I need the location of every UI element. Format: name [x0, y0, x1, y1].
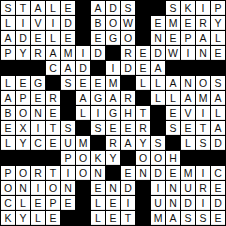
letter-cell-r12c6[interactable]: O [76, 166, 91, 181]
letter-cell-r15c7[interactable]: L [91, 211, 106, 226]
letter-cell-r1c8[interactable]: D [106, 1, 121, 16]
letter-cell-r10c5[interactable]: U [61, 136, 76, 151]
letter-cell-r4c14[interactable]: N [196, 46, 211, 61]
letter-cell-r2c1[interactable]: L [1, 16, 16, 31]
letter-cell-r11c8[interactable]: Y [106, 151, 121, 166]
block-cell-r15c5 [61, 211, 76, 226]
letter-cell-r6c14[interactable]: O [196, 76, 211, 91]
letter-cell-r15c9[interactable]: T [121, 211, 136, 226]
letter-cell-r9c3[interactable]: I [31, 121, 46, 136]
letter-cell-r10c8[interactable]: R [106, 136, 121, 151]
letter-cell-r14c2[interactable]: L [16, 196, 31, 211]
letter-cell-r13c11[interactable]: I [151, 181, 166, 196]
block-cell-r1c10 [136, 1, 151, 16]
letter-cell-r4c13[interactable]: I [181, 46, 196, 61]
letter-cell-r3c5[interactable]: E [61, 31, 76, 46]
block-cell-r12c8 [106, 166, 121, 181]
letter-cell-r3c11[interactable]: N [151, 31, 166, 46]
letter-cell-r10c2[interactable]: Y [16, 136, 31, 151]
letter-cell-r5c6[interactable]: D [76, 61, 91, 76]
letter-cell-r7c14[interactable]: M [196, 91, 211, 106]
block-cell-r5c15 [211, 61, 226, 76]
letter-cell-r2c13[interactable]: E [181, 16, 196, 31]
letter-cell-r15c12[interactable]: A [166, 211, 181, 226]
letter-cell-r8c7[interactable]: I [91, 106, 106, 121]
letter-cell-r1c2[interactable]: T [16, 1, 31, 16]
letter-cell-r5c9[interactable]: D [121, 61, 136, 76]
block-cell-r1c6 [76, 1, 91, 16]
letter-cell-r9c14[interactable]: T [196, 121, 211, 136]
block-cell-r11c9 [121, 151, 136, 166]
letter-cell-r3c9[interactable]: O [121, 31, 136, 46]
letter-cell-r1c12[interactable]: S [166, 1, 181, 16]
letter-cell-r6c3[interactable]: G [31, 76, 46, 91]
letter-cell-r1c7[interactable]: A [91, 1, 106, 16]
letter-cell-r6c5[interactable]: S [61, 76, 76, 91]
letter-cell-r7c6[interactable]: A [76, 91, 91, 106]
block-cell-r10c7 [91, 136, 106, 151]
letter-cell-r7c1[interactable]: A [1, 91, 16, 106]
letter-cell-r4c9[interactable]: R [121, 46, 136, 61]
block-cell-r8c5 [61, 106, 76, 121]
letter-cell-r13c15[interactable]: E [211, 181, 226, 196]
letter-cell-r5c10[interactable]: E [136, 61, 151, 76]
block-cell-r11c1 [1, 151, 16, 166]
letter-cell-r2c14[interactable]: R [196, 16, 211, 31]
letter-cell-r8c10[interactable]: T [136, 106, 151, 121]
letter-cell-r9c12[interactable]: S [166, 121, 181, 136]
letter-cell-r11c6[interactable]: O [76, 151, 91, 166]
letter-cell-r3c4[interactable]: L [46, 31, 61, 46]
block-cell-r15c6 [76, 211, 91, 226]
letter-cell-r1c1[interactable]: S [1, 1, 16, 16]
letter-cell-r2c9[interactable]: W [121, 16, 136, 31]
block-cell-r14c6 [76, 196, 91, 211]
letter-cell-r10c1[interactable]: L [1, 136, 16, 151]
letter-cell-r9c15[interactable]: A [211, 121, 226, 136]
letter-cell-r7c4[interactable]: R [46, 91, 61, 106]
letter-cell-r13c3[interactable]: I [31, 181, 46, 196]
letter-cell-r13c8[interactable]: N [106, 181, 121, 196]
letter-cell-r7c2[interactable]: P [16, 91, 31, 106]
letter-cell-r13c12[interactable]: N [166, 181, 181, 196]
letter-cell-r10c3[interactable]: C [31, 136, 46, 151]
letter-cell-r14c13[interactable]: D [181, 196, 196, 211]
letter-cell-r15c1[interactable]: K [1, 211, 16, 226]
letter-cell-r4c11[interactable]: D [151, 46, 166, 61]
letter-cell-r12c14[interactable]: I [196, 166, 211, 181]
letter-cell-r1c14[interactable]: I [196, 1, 211, 16]
block-cell-r11c3 [31, 151, 46, 166]
block-cell-r7c5 [61, 91, 76, 106]
letter-cell-r14c9[interactable]: I [121, 196, 136, 211]
letter-cell-r13c7[interactable]: E [91, 181, 106, 196]
letter-cell-r1c15[interactable]: P [211, 1, 226, 16]
letter-cell-r8c1[interactable]: B [1, 106, 16, 121]
block-cell-r9c11 [151, 121, 166, 136]
block-cell-r4c8 [106, 46, 121, 61]
letter-cell-r10c9[interactable]: A [121, 136, 136, 151]
letter-cell-r1c3[interactable]: A [31, 1, 46, 16]
letter-cell-r14c7[interactable]: L [91, 196, 106, 211]
letter-cell-r14c5[interactable]: E [61, 196, 76, 211]
letter-cell-r4c10[interactable]: E [136, 46, 151, 61]
letter-cell-r1c5[interactable]: E [61, 1, 76, 16]
block-cell-r2c6 [76, 16, 91, 31]
letter-cell-r9c4[interactable]: T [46, 121, 61, 136]
letter-cell-r7c8[interactable]: A [106, 91, 121, 106]
letter-cell-r9c10[interactable]: R [136, 121, 151, 136]
letter-cell-r4c6[interactable]: I [76, 46, 91, 61]
block-cell-r2c10 [136, 16, 151, 31]
letter-cell-r15c2[interactable]: Y [16, 211, 31, 226]
letter-cell-r4c7[interactable]: D [91, 46, 106, 61]
letter-cell-r9c5[interactable]: S [61, 121, 76, 136]
block-cell-r11c14 [196, 151, 211, 166]
block-cell-r5c12 [166, 61, 181, 76]
letter-cell-r2c3[interactable]: V [31, 16, 46, 31]
letter-cell-r10c11[interactable]: S [151, 136, 166, 151]
letter-cell-r7c11[interactable]: L [151, 91, 166, 106]
block-cell-r3c6 [76, 31, 91, 46]
block-cell-r1c11 [151, 1, 166, 16]
letter-cell-r2c2[interactable]: I [16, 16, 31, 31]
block-cell-r6c4 [46, 76, 61, 91]
block-cell-r11c2 [16, 151, 31, 166]
letter-cell-r4c5[interactable]: M [61, 46, 76, 61]
letter-cell-r12c13[interactable]: M [181, 166, 196, 181]
block-cell-r13c6 [76, 181, 91, 196]
letter-cell-r2c5[interactable]: D [61, 16, 76, 31]
letter-cell-r7c15[interactable]: A [211, 91, 226, 106]
letter-cell-r8c9[interactable]: H [121, 106, 136, 121]
letter-cell-r8c6[interactable]: L [76, 106, 91, 121]
letter-cell-r3c3[interactable]: E [31, 31, 46, 46]
letter-cell-r14c12[interactable]: N [166, 196, 181, 211]
letter-cell-r15c13[interactable]: S [181, 211, 196, 226]
letter-cell-r7c7[interactable]: G [91, 91, 106, 106]
letter-cell-r9c8[interactable]: E [106, 121, 121, 136]
letter-cell-r15c14[interactable]: S [196, 211, 211, 226]
letter-cell-r9c9[interactable]: E [121, 121, 136, 136]
letter-cell-r4c4[interactable]: A [46, 46, 61, 61]
letter-cell-r5c5[interactable]: A [61, 61, 76, 76]
letter-cell-r6c12[interactable]: A [166, 76, 181, 91]
letter-cell-r13c1[interactable]: O [1, 181, 16, 196]
letter-cell-r5c11[interactable]: A [151, 61, 166, 76]
block-cell-r8c11 [151, 106, 166, 121]
letter-cell-r8c12[interactable]: E [166, 106, 181, 121]
letter-cell-r2c11[interactable]: E [151, 16, 166, 31]
letter-cell-r1c4[interactable]: L [46, 1, 61, 16]
letter-cell-r12c1[interactable]: P [1, 166, 16, 181]
letter-cell-r10c15[interactable]: D [211, 136, 226, 151]
letter-cell-r14c3[interactable]: E [31, 196, 46, 211]
letter-cell-r3c15[interactable]: L [211, 31, 226, 46]
letter-cell-r8c14[interactable]: I [196, 106, 211, 121]
letter-cell-r11c11[interactable]: O [151, 151, 166, 166]
letter-cell-r15c3[interactable]: L [31, 211, 46, 226]
letter-cell-r12c2[interactable]: O [16, 166, 31, 181]
block-cell-r7c10 [136, 91, 151, 106]
letter-cell-r7c12[interactable]: L [166, 91, 181, 106]
letter-cell-r14c8[interactable]: E [106, 196, 121, 211]
letter-cell-r9c1[interactable]: E [1, 121, 16, 136]
block-cell-r5c13 [181, 61, 196, 76]
letter-cell-r5c4[interactable]: C [46, 61, 61, 76]
letter-cell-r10c14[interactable]: S [196, 136, 211, 151]
block-cell-r6c9 [121, 76, 136, 91]
block-cell-r9c6 [76, 121, 91, 136]
letter-cell-r7c3[interactable]: E [31, 91, 46, 106]
letter-cell-r13c14[interactable]: R [196, 181, 211, 196]
letter-cell-r4c2[interactable]: Y [16, 46, 31, 61]
letter-cell-r8c15[interactable]: L [211, 106, 226, 121]
letter-cell-r3c2[interactable]: D [16, 31, 31, 46]
crossword-grid: STALEADSSKIPLIVIDBOWEMERYADELEEGONEPALPY… [0, 0, 226, 226]
letter-cell-r12c3[interactable]: R [31, 166, 46, 181]
letter-cell-r11c7[interactable]: K [91, 151, 106, 166]
letter-cell-r12c10[interactable]: N [136, 166, 151, 181]
letter-cell-r3c14[interactable]: A [196, 31, 211, 46]
letter-cell-r10c4[interactable]: E [46, 136, 61, 151]
letter-cell-r4c3[interactable]: R [31, 46, 46, 61]
block-cell-r11c13 [181, 151, 196, 166]
block-cell-r5c14 [196, 61, 211, 76]
letter-cell-r7c9[interactable]: R [121, 91, 136, 106]
letter-cell-r13c13[interactable]: U [181, 181, 196, 196]
letter-cell-r14c4[interactable]: P [46, 196, 61, 211]
letter-cell-r12c11[interactable]: D [151, 166, 166, 181]
letter-cell-r2c15[interactable]: Y [211, 16, 226, 31]
letter-cell-r3c13[interactable]: P [181, 31, 196, 46]
letter-cell-r8c8[interactable]: G [106, 106, 121, 121]
letter-cell-r13c2[interactable]: N [16, 181, 31, 196]
letter-cell-r13c5[interactable]: N [61, 181, 76, 196]
letter-cell-r3c8[interactable]: G [106, 31, 121, 46]
letter-cell-r12c9[interactable]: E [121, 166, 136, 181]
letter-cell-r4c1[interactable]: P [1, 46, 16, 61]
letter-cell-r6c6[interactable]: E [76, 76, 91, 91]
letter-cell-r8c3[interactable]: N [31, 106, 46, 121]
letter-cell-r12c7[interactable]: N [91, 166, 106, 181]
letter-cell-r8c4[interactable]: E [46, 106, 61, 121]
letter-cell-r6c8[interactable]: M [106, 76, 121, 91]
letter-cell-r11c12[interactable]: H [166, 151, 181, 166]
letter-cell-r14c11[interactable]: U [151, 196, 166, 211]
letter-cell-r8c2[interactable]: O [16, 106, 31, 121]
letter-cell-r15c8[interactable]: E [106, 211, 121, 226]
letter-cell-r12c15[interactable]: C [211, 166, 226, 181]
letter-cell-r6c11[interactable]: L [151, 76, 166, 91]
letter-cell-r7c13[interactable]: A [181, 91, 196, 106]
letter-cell-r5c8[interactable]: I [106, 61, 121, 76]
letter-cell-r9c2[interactable]: X [16, 121, 31, 136]
letter-cell-r15c11[interactable]: M [151, 211, 166, 226]
block-cell-r5c3 [31, 61, 46, 76]
letter-cell-r12c4[interactable]: T [46, 166, 61, 181]
letter-cell-r6c10[interactable]: L [136, 76, 151, 91]
letter-cell-r9c13[interactable]: E [181, 121, 196, 136]
letter-cell-r1c13[interactable]: K [181, 1, 196, 16]
letter-cell-r1c9[interactable]: S [121, 1, 136, 16]
letter-cell-r6c2[interactable]: E [16, 76, 31, 91]
letter-cell-r10c13[interactable]: L [181, 136, 196, 151]
letter-cell-r6c1[interactable]: L [1, 76, 16, 91]
letter-cell-r14c1[interactable]: C [1, 196, 16, 211]
letter-cell-r4c15[interactable]: E [211, 46, 226, 61]
letter-cell-r6c15[interactable]: S [211, 76, 226, 91]
letter-cell-r2c8[interactable]: O [106, 16, 121, 31]
letter-cell-r3c7[interactable]: E [91, 31, 106, 46]
block-cell-r10c12 [166, 136, 181, 151]
block-cell-r11c15 [211, 151, 226, 166]
block-cell-r11c4 [46, 151, 61, 166]
letter-cell-r10c6[interactable]: M [76, 136, 91, 151]
letter-cell-r8c13[interactable]: V [181, 106, 196, 121]
letter-cell-r6c7[interactable]: E [91, 76, 106, 91]
letter-cell-r11c5[interactable]: P [61, 151, 76, 166]
letter-cell-r12c5[interactable]: I [61, 166, 76, 181]
letter-cell-r2c12[interactable]: M [166, 16, 181, 31]
block-cell-r5c7 [91, 61, 106, 76]
block-cell-r5c2 [16, 61, 31, 76]
block-cell-r5c1 [1, 61, 16, 76]
letter-cell-r2c4[interactable]: I [46, 16, 61, 31]
letter-cell-r15c15[interactable]: E [211, 211, 226, 226]
letter-cell-r11c10[interactable]: O [136, 151, 151, 166]
letter-cell-r15c4[interactable]: E [46, 211, 61, 226]
block-cell-r3c10 [136, 31, 151, 46]
letter-cell-r14c14[interactable]: I [196, 196, 211, 211]
letter-cell-r13c9[interactable]: D [121, 181, 136, 196]
block-cell-r15c10 [136, 211, 151, 226]
letter-cell-r10c10[interactable]: Y [136, 136, 151, 151]
block-cell-r14c10 [136, 196, 151, 211]
letter-cell-r14c15[interactable]: D [211, 196, 226, 211]
letter-cell-r3c1[interactable]: A [1, 31, 16, 46]
letter-cell-r13c4[interactable]: O [46, 181, 61, 196]
letter-cell-r2c7[interactable]: B [91, 16, 106, 31]
letter-cell-r9c7[interactable]: S [91, 121, 106, 136]
letter-cell-r4c12[interactable]: W [166, 46, 181, 61]
letter-cell-r6c13[interactable]: N [181, 76, 196, 91]
letter-cell-r3c12[interactable]: E [166, 31, 181, 46]
block-cell-r13c10 [136, 181, 151, 196]
letter-cell-r12c12[interactable]: E [166, 166, 181, 181]
